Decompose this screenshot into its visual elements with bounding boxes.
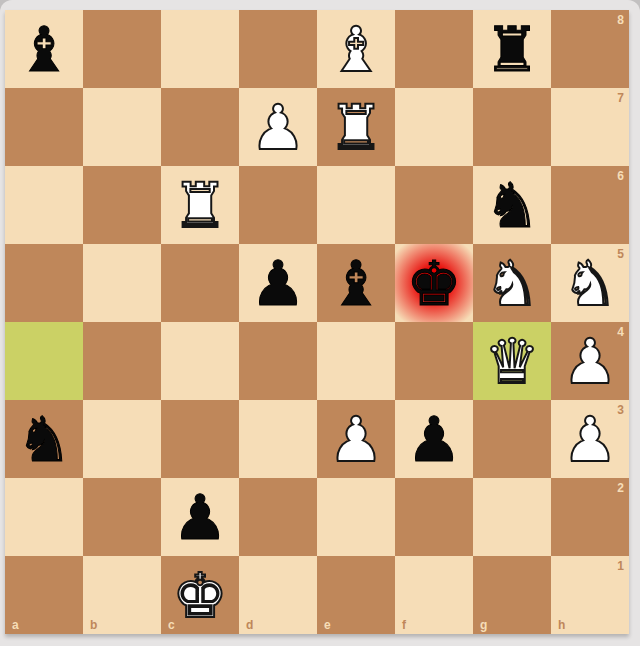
rank-label-8: 8 (617, 13, 624, 27)
square-e7[interactable]: ♜︎ (317, 88, 395, 166)
rank-label-1: 1 (617, 559, 624, 573)
square-g7[interactable] (473, 88, 551, 166)
rank-label-6: 6 (617, 169, 624, 183)
file-label-h: h (558, 618, 565, 632)
piece-black-pawn[interactable]: ♟︎ (161, 478, 239, 556)
rank-label-2: 2 (617, 481, 624, 495)
square-e1[interactable]: e (317, 556, 395, 634)
square-g1[interactable]: g (473, 556, 551, 634)
file-label-g: g (480, 618, 487, 632)
file-label-b: b (90, 618, 97, 632)
piece-white-rook[interactable]: ♜︎ (161, 166, 239, 244)
square-f4[interactable] (395, 322, 473, 400)
square-a8[interactable]: ♝︎ (5, 10, 83, 88)
square-e5[interactable]: ♝︎ (317, 244, 395, 322)
rank-label-7: 7 (617, 91, 624, 105)
square-g6[interactable]: ♞︎ (473, 166, 551, 244)
square-e3[interactable]: ♟︎ (317, 400, 395, 478)
square-c8[interactable] (161, 10, 239, 88)
square-a7[interactable] (5, 88, 83, 166)
file-label-a: a (12, 618, 19, 632)
square-c5[interactable] (161, 244, 239, 322)
square-f5[interactable]: ♚︎ (395, 244, 473, 322)
piece-white-queen[interactable]: ♛︎ (473, 322, 551, 400)
square-c1[interactable]: c♚︎ (161, 556, 239, 634)
square-f7[interactable] (395, 88, 473, 166)
square-d8[interactable] (239, 10, 317, 88)
square-b1[interactable]: b (83, 556, 161, 634)
square-e2[interactable] (317, 478, 395, 556)
square-h5[interactable]: 5♞︎ (551, 244, 629, 322)
square-b2[interactable] (83, 478, 161, 556)
square-d6[interactable] (239, 166, 317, 244)
piece-white-pawn[interactable]: ♟︎ (239, 88, 317, 166)
square-a6[interactable] (5, 166, 83, 244)
square-f1[interactable]: f (395, 556, 473, 634)
square-b6[interactable] (83, 166, 161, 244)
square-h8[interactable]: 8 (551, 10, 629, 88)
square-f8[interactable] (395, 10, 473, 88)
square-h4[interactable]: 4♟︎ (551, 322, 629, 400)
square-a3[interactable]: ♞︎ (5, 400, 83, 478)
square-e8[interactable]: ♝︎ (317, 10, 395, 88)
piece-black-bishop[interactable]: ♝︎ (5, 10, 83, 88)
square-c6[interactable]: ♜︎ (161, 166, 239, 244)
square-a4[interactable] (5, 322, 83, 400)
square-b7[interactable] (83, 88, 161, 166)
square-c2[interactable]: ♟︎ (161, 478, 239, 556)
piece-black-pawn[interactable]: ♟︎ (395, 400, 473, 478)
piece-white-knight[interactable]: ♞︎ (551, 244, 629, 322)
square-g3[interactable] (473, 400, 551, 478)
square-f6[interactable] (395, 166, 473, 244)
file-label-d: d (246, 618, 253, 632)
piece-white-pawn[interactable]: ♟︎ (317, 400, 395, 478)
piece-white-king[interactable]: ♚︎ (161, 556, 239, 634)
square-c3[interactable] (161, 400, 239, 478)
piece-black-knight[interactable]: ♞︎ (5, 400, 83, 478)
square-g8[interactable]: ♜︎ (473, 10, 551, 88)
square-h6[interactable]: 6 (551, 166, 629, 244)
square-g2[interactable] (473, 478, 551, 556)
square-f2[interactable] (395, 478, 473, 556)
square-b8[interactable] (83, 10, 161, 88)
square-b5[interactable] (83, 244, 161, 322)
square-d5[interactable]: ♟︎ (239, 244, 317, 322)
piece-white-pawn[interactable]: ♟︎ (551, 322, 629, 400)
piece-black-king[interactable]: ♚︎ (395, 244, 473, 322)
piece-white-bishop[interactable]: ♝︎ (317, 10, 395, 88)
file-label-f: f (402, 618, 406, 632)
piece-black-pawn[interactable]: ♟︎ (239, 244, 317, 322)
piece-white-knight[interactable]: ♞︎ (473, 244, 551, 322)
square-a5[interactable] (5, 244, 83, 322)
piece-black-bishop[interactable]: ♝︎ (317, 244, 395, 322)
square-e6[interactable] (317, 166, 395, 244)
file-label-e: e (324, 618, 331, 632)
square-c7[interactable] (161, 88, 239, 166)
chess-board[interactable]: ♝︎♝︎♜︎8♟︎♜︎7♜︎♞︎6♟︎♝︎♚︎♞︎5♞︎♛︎4♟︎♞︎♟︎♟︎3… (5, 10, 629, 634)
piece-white-pawn[interactable]: ♟︎ (551, 400, 629, 478)
square-a1[interactable]: a (5, 556, 83, 634)
app-background: ♝︎♝︎♜︎8♟︎♜︎7♜︎♞︎6♟︎♝︎♚︎♞︎5♞︎♛︎4♟︎♞︎♟︎♟︎3… (0, 0, 640, 646)
square-g5[interactable]: ♞︎ (473, 244, 551, 322)
square-d1[interactable]: d (239, 556, 317, 634)
square-a2[interactable] (5, 478, 83, 556)
square-h7[interactable]: 7 (551, 88, 629, 166)
square-d7[interactable]: ♟︎ (239, 88, 317, 166)
square-h1[interactable]: 1h (551, 556, 629, 634)
piece-black-rook[interactable]: ♜︎ (473, 10, 551, 88)
square-b3[interactable] (83, 400, 161, 478)
square-h2[interactable]: 2 (551, 478, 629, 556)
square-c4[interactable] (161, 322, 239, 400)
square-b4[interactable] (83, 322, 161, 400)
square-f3[interactable]: ♟︎ (395, 400, 473, 478)
square-d2[interactable] (239, 478, 317, 556)
square-g4[interactable]: ♛︎ (473, 322, 551, 400)
piece-black-knight[interactable]: ♞︎ (473, 166, 551, 244)
square-h3[interactable]: 3♟︎ (551, 400, 629, 478)
square-e4[interactable] (317, 322, 395, 400)
square-d4[interactable] (239, 322, 317, 400)
piece-white-rook[interactable]: ♜︎ (317, 88, 395, 166)
square-d3[interactable] (239, 400, 317, 478)
